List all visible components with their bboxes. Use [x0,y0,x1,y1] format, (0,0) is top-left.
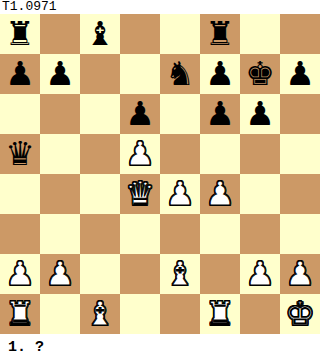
square-g1[interactable] [240,294,280,334]
piece-black-pawn: ♟ [205,94,235,134]
piece-black-rook: ♜ [205,14,235,54]
square-a5[interactable]: ♛ [0,134,40,174]
square-f5[interactable] [200,134,240,174]
square-h2[interactable]: ♟ [280,254,320,294]
square-h1[interactable]: ♚ [280,294,320,334]
square-d8[interactable] [120,14,160,54]
square-g8[interactable] [240,14,280,54]
piece-black-pawn: ♟ [245,94,275,134]
square-g7[interactable]: ♚ [240,54,280,94]
square-f6[interactable]: ♟ [200,94,240,134]
square-f4[interactable]: ♟ [200,174,240,214]
square-g4[interactable] [240,174,280,214]
square-f3[interactable] [200,214,240,254]
square-f7[interactable]: ♟ [200,54,240,94]
piece-white-rook: ♜ [205,294,235,334]
piece-white-pawn: ♟ [245,254,275,294]
square-d3[interactable] [120,214,160,254]
puzzle-id: T1.0971 [2,0,57,14]
piece-black-pawn: ♟ [285,54,315,94]
piece-white-pawn: ♟ [5,254,35,294]
square-b2[interactable]: ♟ [40,254,80,294]
piece-black-pawn: ♟ [45,54,75,94]
piece-black-pawn: ♟ [5,54,35,94]
piece-black-king: ♚ [245,54,275,94]
piece-white-pawn: ♟ [285,254,315,294]
square-a2[interactable]: ♟ [0,254,40,294]
piece-white-king: ♚ [285,294,315,334]
piece-white-pawn: ♟ [165,174,195,214]
square-b3[interactable] [40,214,80,254]
square-c6[interactable] [80,94,120,134]
square-c2[interactable] [80,254,120,294]
square-h6[interactable] [280,94,320,134]
square-c4[interactable] [80,174,120,214]
square-h8[interactable] [280,14,320,54]
square-b6[interactable] [40,94,80,134]
square-a7[interactable]: ♟ [0,54,40,94]
square-f8[interactable]: ♜ [200,14,240,54]
piece-black-queen: ♛ [5,134,35,174]
square-e8[interactable] [160,14,200,54]
square-b5[interactable] [40,134,80,174]
square-g6[interactable]: ♟ [240,94,280,134]
piece-black-rook: ♜ [5,14,35,54]
piece-white-pawn: ♟ [125,134,155,174]
piece-white-bishop: ♝ [85,294,115,334]
move-prompt: 1. ? [8,338,44,358]
square-f1[interactable]: ♜ [200,294,240,334]
piece-white-pawn: ♟ [205,174,235,214]
square-d2[interactable] [120,254,160,294]
piece-white-pawn: ♟ [45,254,75,294]
piece-white-queen: ♛ [125,174,155,214]
square-a1[interactable]: ♜ [0,294,40,334]
square-e5[interactable] [160,134,200,174]
square-a8[interactable]: ♜ [0,14,40,54]
square-e7[interactable]: ♞ [160,54,200,94]
square-d4[interactable]: ♛ [120,174,160,214]
square-d1[interactable] [120,294,160,334]
square-e1[interactable] [160,294,200,334]
square-c8[interactable]: ♝ [80,14,120,54]
square-c3[interactable] [80,214,120,254]
square-b7[interactable]: ♟ [40,54,80,94]
square-e6[interactable] [160,94,200,134]
square-h3[interactable] [280,214,320,254]
square-g5[interactable] [240,134,280,174]
square-a6[interactable] [0,94,40,134]
square-d6[interactable]: ♟ [120,94,160,134]
square-h5[interactable] [280,134,320,174]
square-c1[interactable]: ♝ [80,294,120,334]
square-b1[interactable] [40,294,80,334]
piece-black-knight: ♞ [165,54,195,94]
square-b8[interactable] [40,14,80,54]
square-c7[interactable] [80,54,120,94]
piece-black-pawn: ♟ [125,94,155,134]
square-g2[interactable]: ♟ [240,254,280,294]
square-d5[interactable]: ♟ [120,134,160,174]
square-a3[interactable] [0,214,40,254]
piece-white-bishop: ♝ [165,254,195,294]
square-h7[interactable]: ♟ [280,54,320,94]
square-e4[interactable]: ♟ [160,174,200,214]
chess-puzzle-page: T1.0971 ♜♝♜♟♟♞♟♚♟♟♟♟♛♟♛♟♟♟♟♝♟♟♜♝♜♚ 1. ? [0,0,320,360]
piece-black-bishop: ♝ [85,14,115,54]
square-b4[interactable] [40,174,80,214]
chess-board: ♜♝♜♟♟♞♟♚♟♟♟♟♛♟♛♟♟♟♟♝♟♟♜♝♜♚ [0,14,320,334]
square-d7[interactable] [120,54,160,94]
square-c5[interactable] [80,134,120,174]
square-g3[interactable] [240,214,280,254]
piece-black-pawn: ♟ [205,54,235,94]
square-h4[interactable] [280,174,320,214]
square-e2[interactable]: ♝ [160,254,200,294]
square-a4[interactable] [0,174,40,214]
square-e3[interactable] [160,214,200,254]
piece-white-rook: ♜ [5,294,35,334]
square-f2[interactable] [200,254,240,294]
